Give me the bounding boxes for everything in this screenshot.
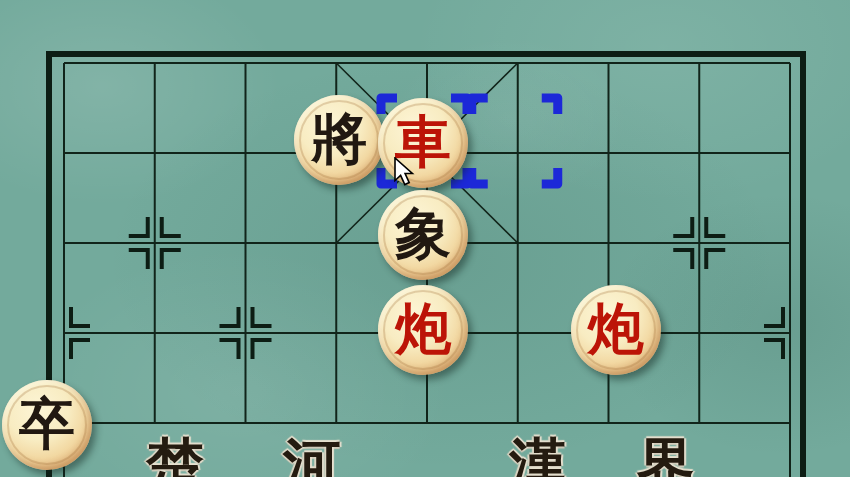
piece-glyph: 炮 xyxy=(588,301,644,357)
xiangqi-app-window: 楚河漢界 將車象炮炮卒 xyxy=(0,0,850,477)
piece-glyph: 炮 xyxy=(395,301,451,357)
black-soldier-piece[interactable]: 卒 xyxy=(2,380,92,470)
river-character: 界 xyxy=(637,436,695,477)
black-general-piece[interactable]: 將 xyxy=(294,95,384,185)
red-cannon-piece[interactable]: 炮 xyxy=(378,285,468,375)
red-cannon-piece[interactable]: 炮 xyxy=(571,285,661,375)
river-character: 楚 xyxy=(146,436,204,477)
red-chariot-piece[interactable]: 車 xyxy=(378,98,468,188)
selection-bracket-corner xyxy=(472,168,488,184)
mouse-cursor-arrow-icon xyxy=(394,157,416,189)
selection-bracket-corner xyxy=(542,168,558,184)
selection-bracket-corner xyxy=(542,98,558,114)
piece-glyph: 卒 xyxy=(19,396,75,452)
piece-glyph: 象 xyxy=(395,206,451,262)
river-character: 漢 xyxy=(509,436,567,477)
river-character: 河 xyxy=(283,436,341,477)
selection-bracket-corner xyxy=(472,98,488,114)
black-elephant-piece[interactable]: 象 xyxy=(378,190,468,280)
piece-glyph: 將 xyxy=(311,111,367,167)
